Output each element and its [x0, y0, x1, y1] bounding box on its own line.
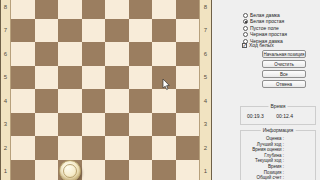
square-e1[interactable]: [105, 160, 129, 181]
square-b3[interactable]: [35, 113, 59, 137]
rank-label: 4: [4, 98, 7, 104]
button-2[interactable]: Все: [262, 70, 306, 78]
square-g6[interactable]: [152, 42, 176, 66]
square-a5[interactable]: [11, 66, 35, 90]
rank-label: 7: [4, 27, 7, 33]
square-g7[interactable]: [152, 19, 176, 43]
square-b8[interactable]: [35, 0, 59, 19]
square-f8[interactable]: [129, 0, 153, 19]
square-c5[interactable]: [58, 66, 82, 90]
button-3[interactable]: Отмена: [262, 80, 306, 88]
square-h7[interactable]: [176, 19, 200, 43]
rank-label: 6: [204, 51, 207, 57]
white-clock: 00:19.3: [247, 113, 264, 119]
square-f5[interactable]: [129, 66, 153, 90]
square-h4[interactable]: [176, 89, 200, 113]
square-b1[interactable]: [35, 160, 59, 181]
radio-option-label: Черная простая: [250, 32, 287, 37]
square-b6[interactable]: [35, 42, 59, 66]
square-d5[interactable]: [82, 66, 106, 90]
square-c2[interactable]: [58, 136, 82, 160]
square-d7[interactable]: [82, 19, 106, 43]
square-f7[interactable]: [129, 19, 153, 43]
white-to-move-checkbox[interactable]: Ход белых: [242, 43, 274, 48]
rank-label: 2: [4, 145, 7, 151]
square-g8[interactable]: [152, 0, 176, 19]
square-c3[interactable]: [58, 113, 82, 137]
square-h1[interactable]: [176, 160, 200, 181]
radio-option-label: Пустое поле: [250, 26, 279, 31]
piece-type-radio-group: Белая дамкаБелая простаяПустое полеЧерна…: [243, 12, 287, 45]
rank-labels-left: 87654321: [0, 0, 11, 180]
square-e7[interactable]: [105, 19, 129, 43]
radio-icon[interactable]: [243, 32, 248, 37]
info-group: Информация Оценка :Лучший ход :Время оце…: [240, 130, 316, 180]
square-a8[interactable]: [11, 0, 35, 19]
radio-icon[interactable]: [243, 26, 248, 31]
square-e6[interactable]: [105, 42, 129, 66]
square-f3[interactable]: [129, 113, 153, 137]
square-d4[interactable]: [82, 89, 106, 113]
square-a4[interactable]: [11, 89, 35, 113]
square-b7[interactable]: [35, 19, 59, 43]
square-d1[interactable]: [82, 160, 106, 181]
rank-label: 1: [4, 168, 7, 174]
square-d2[interactable]: [82, 136, 106, 160]
square-e4[interactable]: [105, 89, 129, 113]
square-b5[interactable]: [35, 66, 59, 90]
rank-label: 5: [4, 74, 7, 80]
square-d8[interactable]: [82, 0, 106, 19]
square-a1[interactable]: [11, 160, 35, 181]
rank-label: 3: [204, 121, 207, 127]
board-squares: [11, 0, 199, 180]
checkbox-label: Ход белых: [249, 43, 274, 48]
rank-label: 5: [204, 74, 207, 80]
square-h2[interactable]: [176, 136, 200, 160]
square-a6[interactable]: [11, 42, 35, 66]
square-f6[interactable]: [129, 42, 153, 66]
square-e5[interactable]: [105, 66, 129, 90]
mouse-cursor-icon: [162, 77, 170, 95]
rank-label: 4: [204, 98, 207, 104]
radio-option-label: Белая дамка: [250, 13, 280, 18]
rank-label: 6: [4, 51, 7, 57]
square-a7[interactable]: [11, 19, 35, 43]
info-field-label: Общий счет :: [241, 175, 284, 180]
square-b2[interactable]: [35, 136, 59, 160]
rank-label: 2: [204, 145, 207, 151]
square-h8[interactable]: [176, 0, 200, 19]
button-0[interactable]: Начальная позиция: [262, 50, 306, 58]
square-a3[interactable]: [11, 113, 35, 137]
square-c6[interactable]: [58, 42, 82, 66]
radio-option-label: Белая простая: [250, 19, 284, 24]
radio-icon[interactable]: [243, 13, 248, 18]
rank-label: 7: [204, 27, 207, 33]
app-window: 87654321 87654321 Белая дамкаБелая прост…: [0, 0, 320, 180]
square-c7[interactable]: [58, 19, 82, 43]
square-d3[interactable]: [82, 113, 106, 137]
editor-buttons: Начальная позицияОчиститьВсеОтмена: [262, 50, 306, 90]
time-group-title: Время: [268, 104, 287, 109]
square-g2[interactable]: [152, 136, 176, 160]
square-h5[interactable]: [176, 66, 200, 90]
square-e2[interactable]: [105, 136, 129, 160]
info-group-title: Информация: [261, 128, 296, 133]
draughts-board: 87654321 87654321: [0, 0, 212, 180]
square-g3[interactable]: [152, 113, 176, 137]
button-1[interactable]: Очистить: [262, 60, 306, 68]
square-f1[interactable]: [129, 160, 153, 181]
rank-label: 1: [204, 168, 207, 174]
checkbox-icon[interactable]: [242, 43, 247, 48]
square-c4[interactable]: [58, 89, 82, 113]
square-f2[interactable]: [129, 136, 153, 160]
square-g1[interactable]: [152, 160, 176, 181]
rank-label: 8: [4, 4, 7, 10]
square-a2[interactable]: [11, 136, 35, 160]
square-e8[interactable]: [105, 0, 129, 19]
white-man-c1[interactable]: [59, 160, 81, 180]
square-b4[interactable]: [35, 89, 59, 113]
square-e3[interactable]: [105, 113, 129, 137]
square-h3[interactable]: [176, 113, 200, 137]
black-clock: 00:12.4: [276, 113, 293, 119]
time-group: Время 00:19.3 00:12.4: [240, 106, 316, 125]
square-f4[interactable]: [129, 89, 153, 113]
radio-icon[interactable]: [243, 19, 248, 24]
square-d6[interactable]: [82, 42, 106, 66]
rank-label: 8: [204, 4, 207, 10]
info-fields: Оценка :Лучший ход :Время оценки :Глубин…: [241, 131, 315, 180]
rank-labels-right: 87654321: [199, 0, 212, 180]
square-h6[interactable]: [176, 42, 200, 66]
rank-label: 3: [4, 121, 7, 127]
square-c8[interactable]: [58, 0, 82, 19]
